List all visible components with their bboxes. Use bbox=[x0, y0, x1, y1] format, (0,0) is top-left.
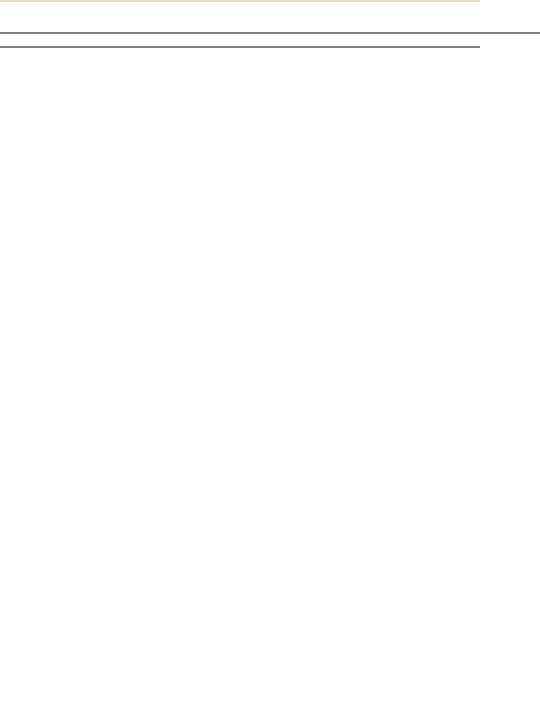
product-photo bbox=[0, 0, 540, 720]
box-lid-chessboard bbox=[0, 0, 540, 720]
